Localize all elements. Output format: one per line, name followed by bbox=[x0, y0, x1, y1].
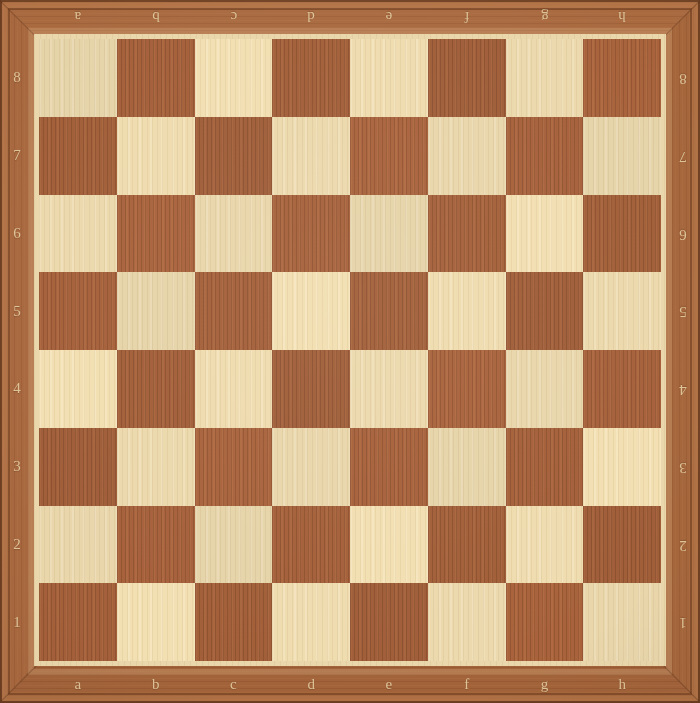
square-h4[interactable] bbox=[583, 350, 661, 428]
square-d1[interactable] bbox=[272, 583, 350, 661]
square-d4[interactable] bbox=[272, 350, 350, 428]
square-c8[interactable] bbox=[195, 39, 273, 117]
square-h5[interactable] bbox=[583, 272, 661, 350]
square-f8[interactable] bbox=[428, 39, 506, 117]
square-b2[interactable] bbox=[117, 506, 195, 584]
square-h1[interactable] bbox=[583, 583, 661, 661]
square-h2[interactable] bbox=[583, 506, 661, 584]
square-e7[interactable] bbox=[350, 117, 428, 195]
square-b1[interactable] bbox=[117, 583, 195, 661]
square-e4[interactable] bbox=[350, 350, 428, 428]
square-d2[interactable] bbox=[272, 506, 350, 584]
square-h6[interactable] bbox=[583, 195, 661, 273]
square-c4[interactable] bbox=[195, 350, 273, 428]
square-a7[interactable] bbox=[39, 117, 117, 195]
square-f5[interactable] bbox=[428, 272, 506, 350]
square-c1[interactable] bbox=[195, 583, 273, 661]
square-d8[interactable] bbox=[272, 39, 350, 117]
square-g1[interactable] bbox=[506, 583, 584, 661]
square-h7[interactable] bbox=[583, 117, 661, 195]
squares-grid bbox=[39, 39, 661, 661]
square-g5[interactable] bbox=[506, 272, 584, 350]
square-d5[interactable] bbox=[272, 272, 350, 350]
square-e2[interactable] bbox=[350, 506, 428, 584]
square-a5[interactable] bbox=[39, 272, 117, 350]
square-e1[interactable] bbox=[350, 583, 428, 661]
square-a2[interactable] bbox=[39, 506, 117, 584]
square-d6[interactable] bbox=[272, 195, 350, 273]
square-c3[interactable] bbox=[195, 428, 273, 506]
square-e6[interactable] bbox=[350, 195, 428, 273]
square-b8[interactable] bbox=[117, 39, 195, 117]
square-b4[interactable] bbox=[117, 350, 195, 428]
square-g7[interactable] bbox=[506, 117, 584, 195]
square-b5[interactable] bbox=[117, 272, 195, 350]
square-g8[interactable] bbox=[506, 39, 584, 117]
square-d7[interactable] bbox=[272, 117, 350, 195]
square-f7[interactable] bbox=[428, 117, 506, 195]
square-c6[interactable] bbox=[195, 195, 273, 273]
square-a3[interactable] bbox=[39, 428, 117, 506]
square-c7[interactable] bbox=[195, 117, 273, 195]
square-h3[interactable] bbox=[583, 428, 661, 506]
square-c5[interactable] bbox=[195, 272, 273, 350]
square-f1[interactable] bbox=[428, 583, 506, 661]
square-e5[interactable] bbox=[350, 272, 428, 350]
square-g6[interactable] bbox=[506, 195, 584, 273]
square-c2[interactable] bbox=[195, 506, 273, 584]
square-b7[interactable] bbox=[117, 117, 195, 195]
square-f4[interactable] bbox=[428, 350, 506, 428]
square-g3[interactable] bbox=[506, 428, 584, 506]
square-d3[interactable] bbox=[272, 428, 350, 506]
square-f6[interactable] bbox=[428, 195, 506, 273]
square-a8[interactable] bbox=[39, 39, 117, 117]
square-e3[interactable] bbox=[350, 428, 428, 506]
square-a6[interactable] bbox=[39, 195, 117, 273]
square-a1[interactable] bbox=[39, 583, 117, 661]
square-f2[interactable] bbox=[428, 506, 506, 584]
square-g2[interactable] bbox=[506, 506, 584, 584]
square-a4[interactable] bbox=[39, 350, 117, 428]
square-f3[interactable] bbox=[428, 428, 506, 506]
square-e8[interactable] bbox=[350, 39, 428, 117]
square-b3[interactable] bbox=[117, 428, 195, 506]
chess-board: abcdefgh abcdefgh 87654321 87654321 bbox=[0, 0, 700, 703]
square-b6[interactable] bbox=[117, 195, 195, 273]
square-g4[interactable] bbox=[506, 350, 584, 428]
square-h8[interactable] bbox=[583, 39, 661, 117]
